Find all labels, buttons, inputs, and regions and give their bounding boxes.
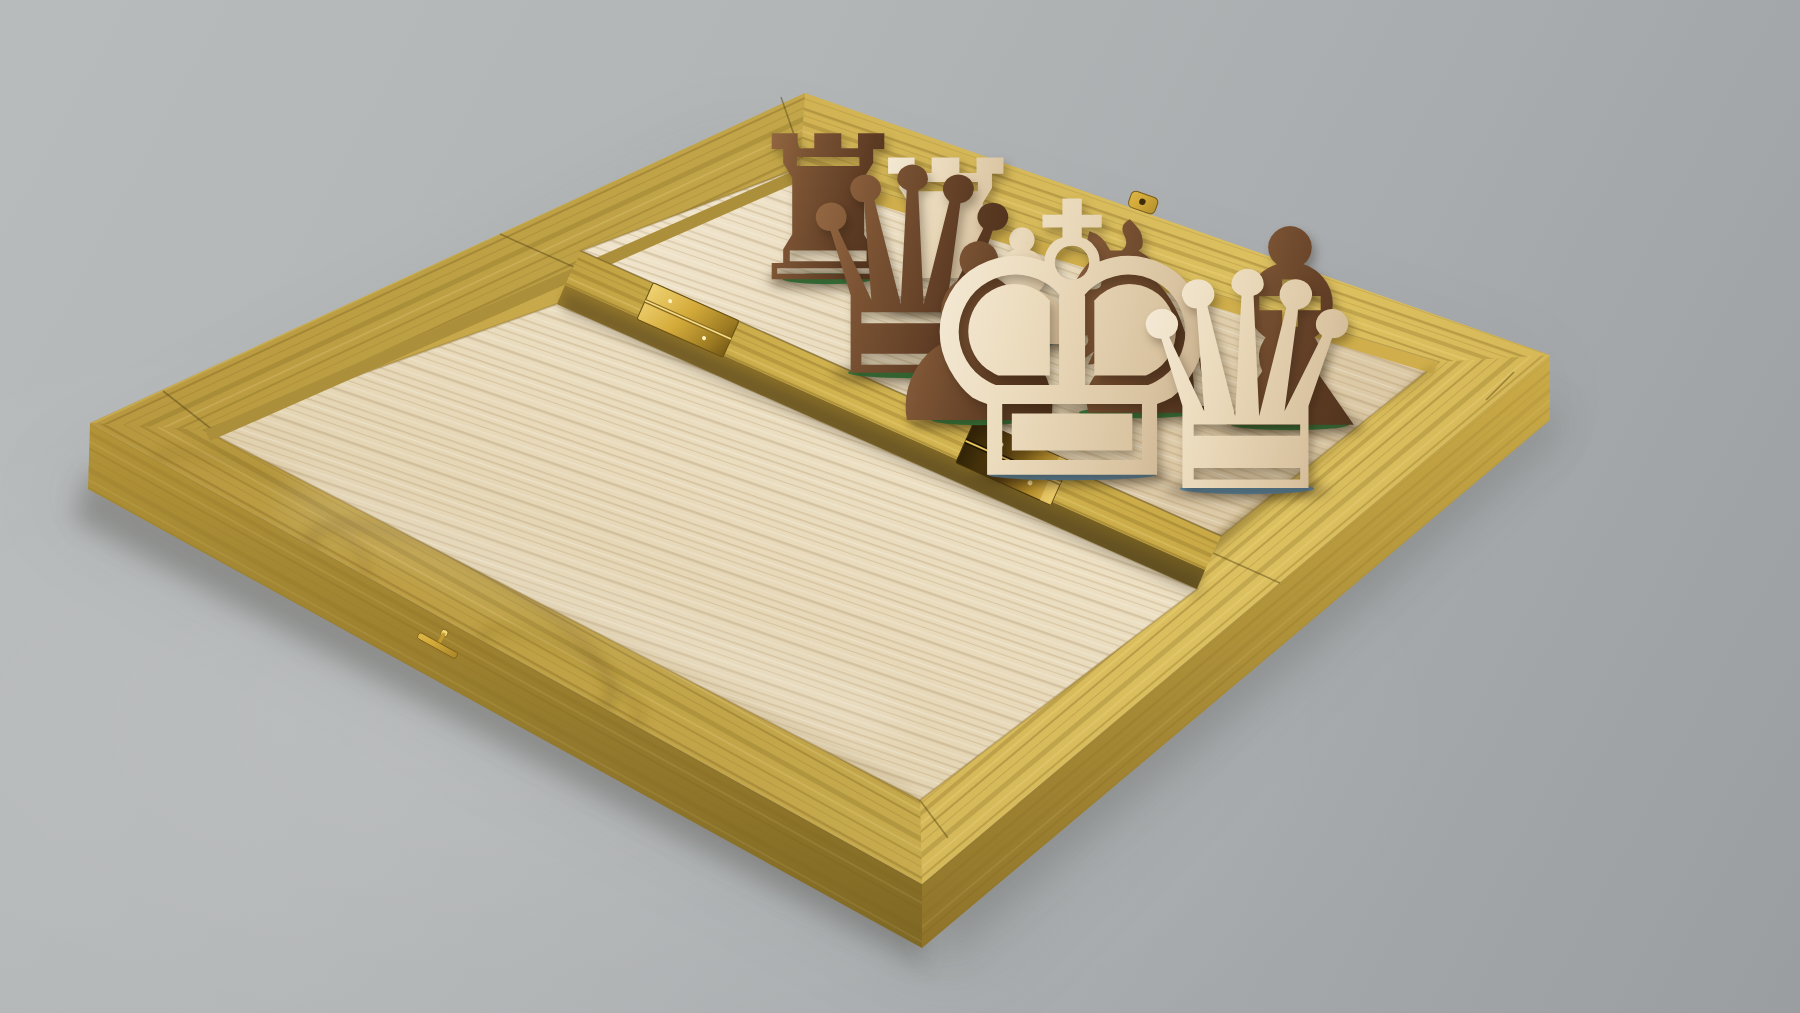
chess-case-scene: ♜♜♟♛♞♟♝♚♛ (0, 0, 1800, 1013)
pieces-tray: ♜♜♟♛♞♟♝♚♛ (0, 0, 1800, 1013)
light-queen-glyph: ♛ (1113, 235, 1382, 535)
